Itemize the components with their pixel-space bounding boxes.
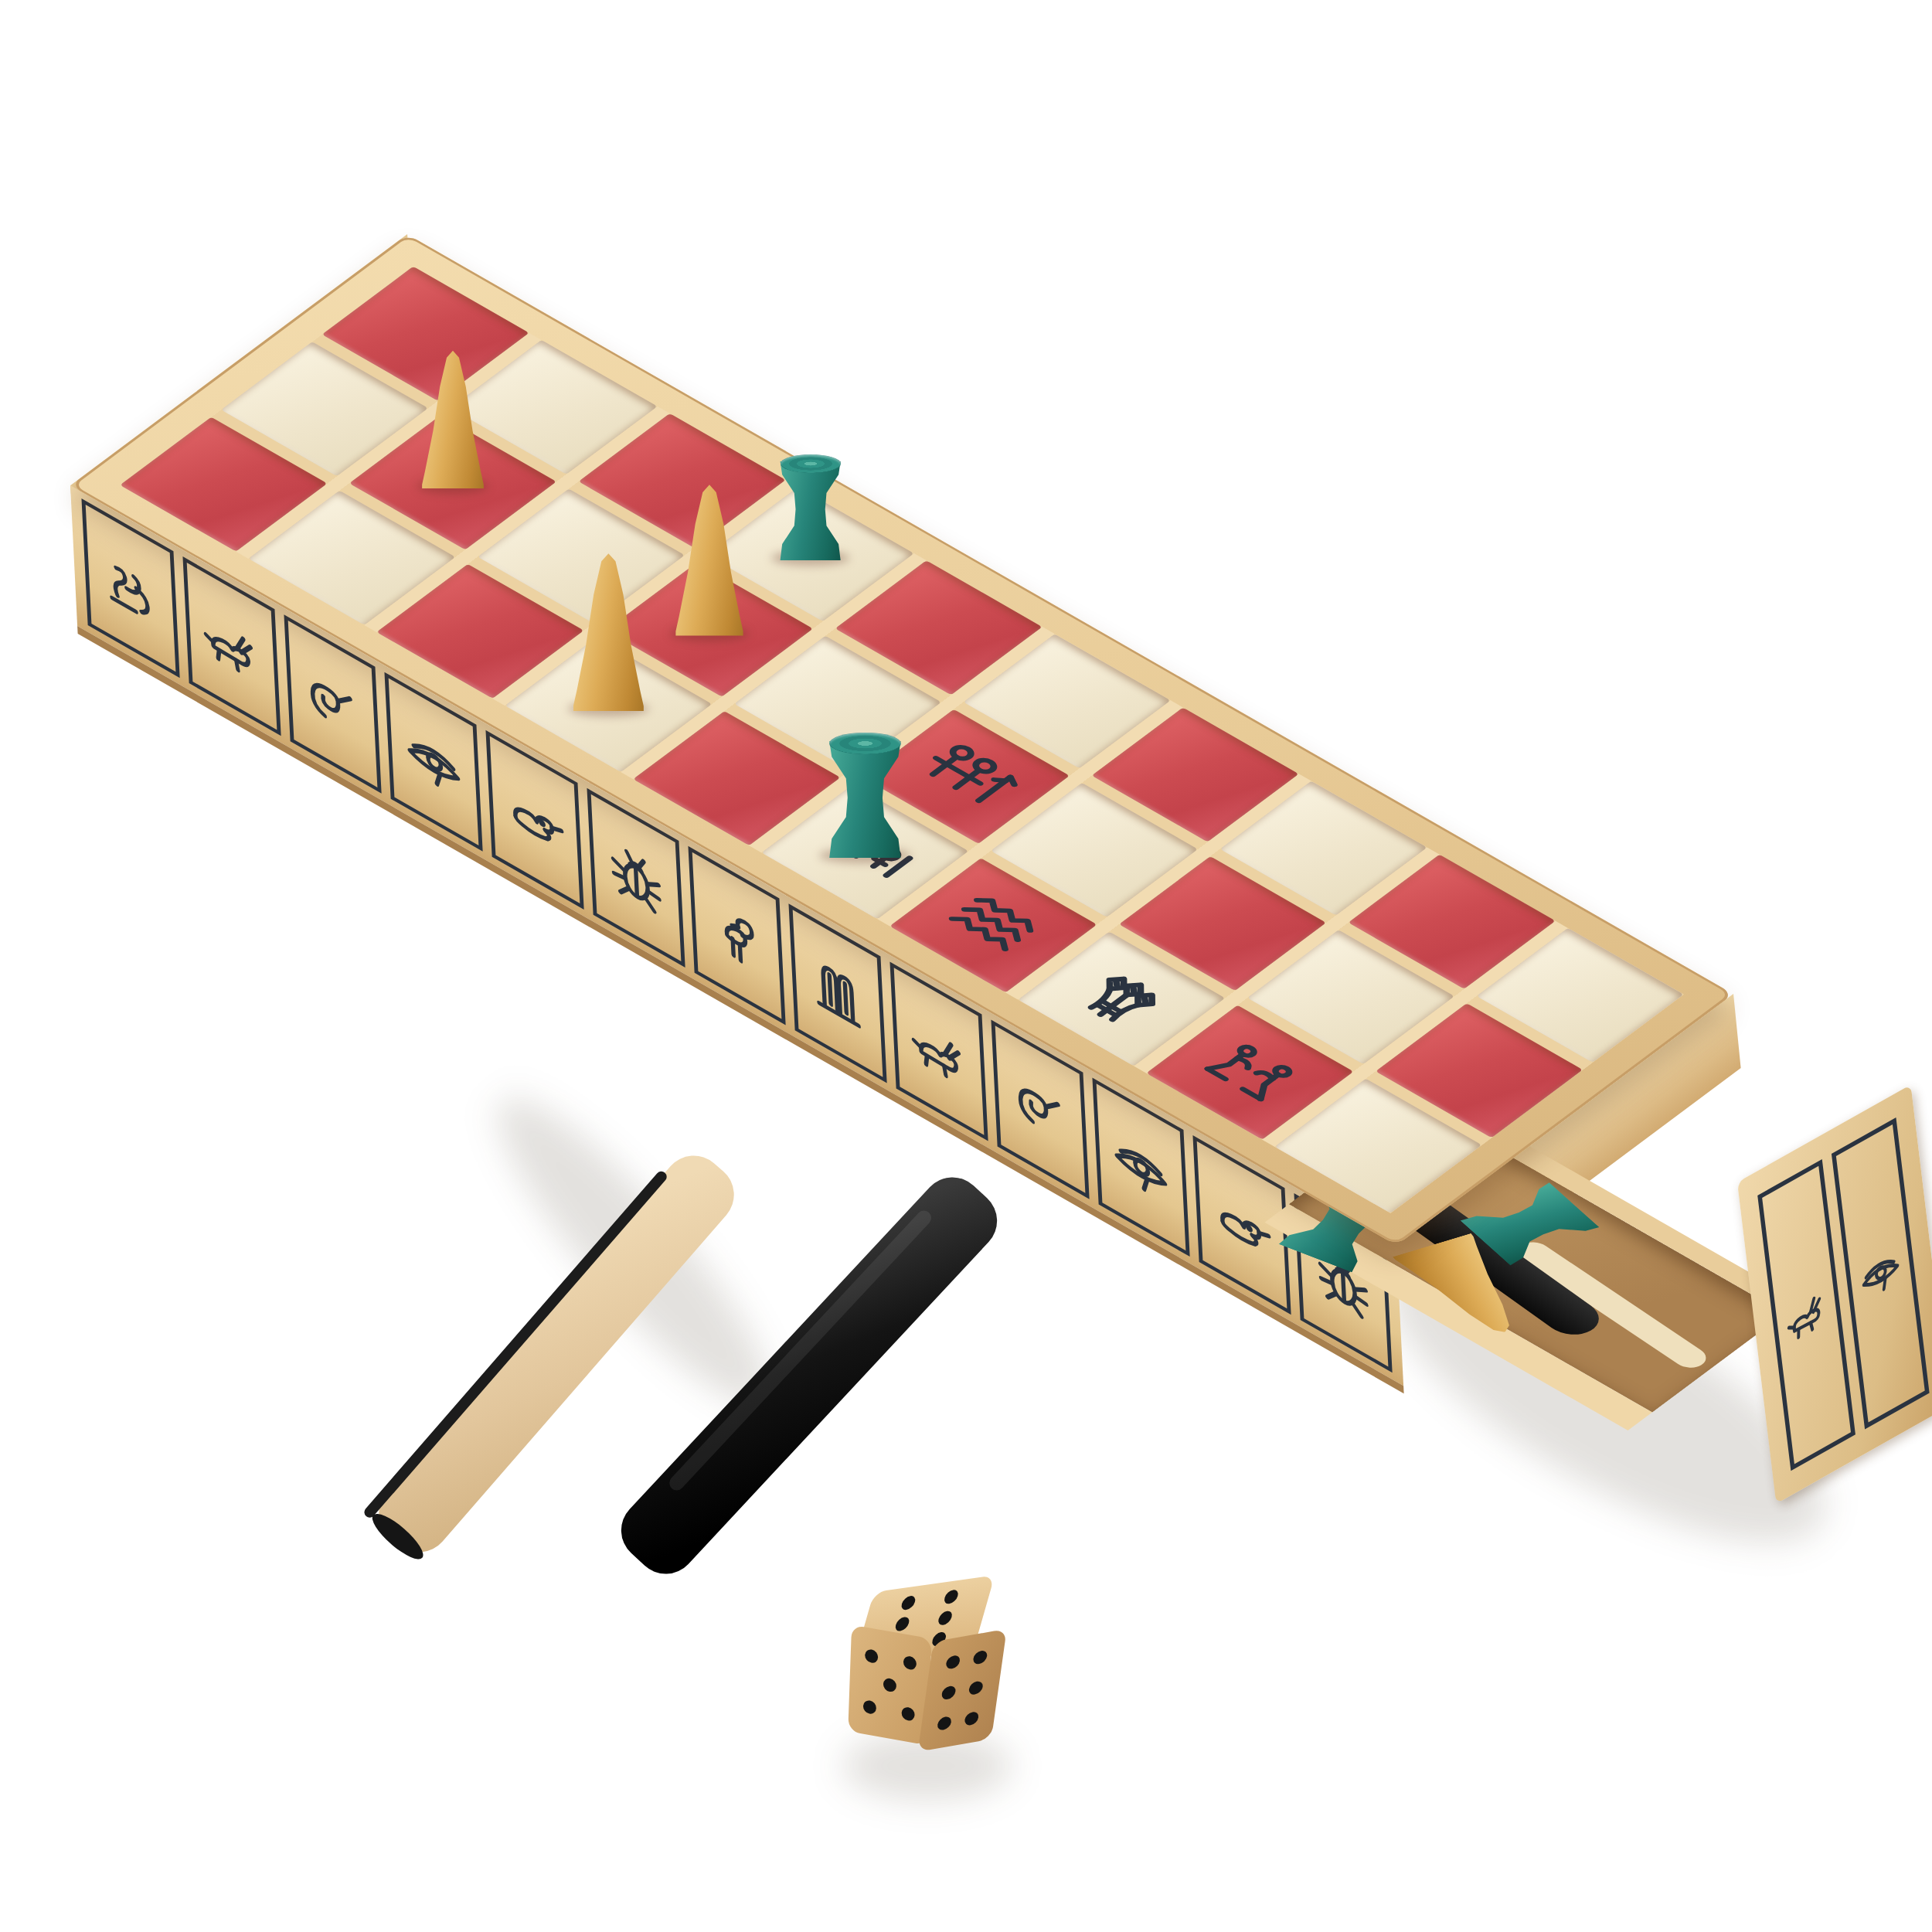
cone-pawn-light-c2r2[interactable] xyxy=(422,351,484,489)
ankh-trio-glyph-icon xyxy=(887,724,1046,828)
spool-shape xyxy=(777,458,844,560)
stick-underside xyxy=(362,1169,669,1520)
cone-pawn-light-c4r2[interactable] xyxy=(675,485,743,635)
spool-top-cap xyxy=(781,454,841,473)
flamingo-glyph-icon xyxy=(699,863,774,1009)
spool-pawn-teal-c6r3[interactable] xyxy=(825,737,905,858)
wooden-die[interactable] xyxy=(840,1579,1006,1786)
die-pip xyxy=(964,1711,979,1726)
hare-glyph-icon xyxy=(1775,1248,1838,1383)
water-lines-glyph-icon xyxy=(915,872,1074,976)
cone-shape xyxy=(422,351,484,489)
die-pip xyxy=(943,1589,960,1604)
cone-shape xyxy=(573,553,644,711)
senet-product-photo: { "game": { "name": "Senet", "descriptio… xyxy=(0,0,1932,1932)
spool-top-cap xyxy=(829,733,900,754)
die-pip xyxy=(937,1611,954,1626)
die-pip xyxy=(883,1677,896,1692)
die-pip xyxy=(863,1699,876,1715)
eye-glyph-icon xyxy=(396,689,471,835)
die-pip xyxy=(900,1595,917,1611)
die-pip xyxy=(941,1685,957,1700)
die-pip xyxy=(901,1706,914,1722)
die-pip xyxy=(937,1716,952,1731)
scarab-glyph-icon xyxy=(598,805,674,951)
spool-shape xyxy=(825,737,905,858)
eye-glyph-icon xyxy=(1849,1206,1912,1341)
die-pip xyxy=(946,1654,961,1669)
stick-black-tip xyxy=(366,1508,429,1566)
die-pip xyxy=(968,1680,983,1696)
die-front-face xyxy=(848,1624,931,1745)
rope-coil-glyph-icon xyxy=(294,631,370,777)
double-plume-glyph-icon xyxy=(800,921,876,1066)
cobra-glyph-icon xyxy=(93,515,168,661)
hare-glyph-icon xyxy=(901,979,977,1124)
die-pip xyxy=(893,1616,910,1631)
eye-glyph-icon xyxy=(1104,1094,1179,1240)
die-pip xyxy=(903,1655,917,1671)
die-pip xyxy=(972,1649,988,1665)
rope-coil-glyph-icon xyxy=(1002,1036,1078,1182)
hare-glyph-icon xyxy=(194,573,270,719)
two-figures-glyph-icon xyxy=(1172,1020,1331,1124)
spool-pawn-teal-c4r1[interactable] xyxy=(777,458,844,560)
duck-glyph-icon xyxy=(497,747,573,893)
cone-pawn-light-c4r3[interactable] xyxy=(573,553,644,711)
die-pip xyxy=(865,1648,878,1664)
lotus-bundle-glyph-icon xyxy=(1043,947,1202,1050)
cone-shape xyxy=(675,485,743,635)
